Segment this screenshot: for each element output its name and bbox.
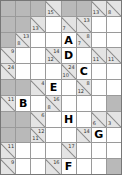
entry-cell-r8c6[interactable] [77,112,91,127]
down-clue-r4c7: 11 [93,57,99,62]
letter-cell-H-r8c5[interactable]: H [62,112,76,127]
entry-cell-r2c8[interactable] [107,17,121,32]
down-clue-r1c4: 15 [47,10,53,15]
across-clue-r9c3: 12 [38,129,44,134]
entry-cell-r10c3[interactable] [31,143,45,158]
letter-G: G [92,128,106,143]
clue-cell-r4c7: 11 [92,48,106,63]
letter-A: A [62,33,76,48]
entry-cell-r11c2[interactable] [16,159,30,174]
entry-cell-r3c7[interactable] [92,33,106,48]
letter-cell-F-r11c5[interactable]: F [62,159,76,174]
entry-cell-r6c5[interactable] [62,80,76,95]
entry-cell-r10c7[interactable] [92,143,106,158]
clue-cell-r4c1: 9 [1,48,15,63]
across-clue-r5c5: 24 [68,65,74,70]
entry-cell-r4c6[interactable] [77,48,91,63]
entry-cell-r10c2[interactable] [16,143,30,158]
across-clue-r11c1: 9 [11,160,14,165]
across-clue-r10c5: 17 [68,144,74,149]
letter-cell-E-r6c4[interactable]: E [46,80,60,95]
entry-cell-r9c8[interactable] [107,128,121,143]
across-clue-r2c6: 13 [83,18,89,23]
across-clue-r4c1: 9 [11,49,14,54]
entry-cell-r3c3[interactable] [31,33,45,48]
letter-cell-B-r7c2[interactable]: B [16,96,30,111]
clue-cell-r4c4: 1412 [46,48,60,63]
clue-cell-r1c7: 13 [92,1,106,16]
letter-E: E [46,80,60,95]
down-clue-r3c6: 7 [78,41,81,46]
entry-cell-r8c4[interactable] [46,112,60,127]
letter-H: H [62,112,76,127]
entry-cell-r5c8[interactable] [107,64,121,79]
blocked-cell-r11c8 [107,159,121,174]
down-clue-r9c3: 11 [32,136,38,141]
clue-cell-r5c1: 24 [1,64,15,79]
entry-cell-r3c4[interactable] [46,33,60,48]
entry-cell-r11c3[interactable] [31,159,45,174]
letter-C: C [77,64,91,79]
across-clue-r7c4: 16 [53,97,59,102]
blocked-cell-r8c1 [1,112,15,127]
clue-cell-r2c5: 7 [62,17,76,32]
letter-cell-C-r5c6[interactable]: C [77,64,91,79]
blocked-cell-r1c2 [16,1,30,16]
clue-cell-r11c1: 9 [1,159,15,174]
clue-cell-r8c3: 6 [31,112,45,127]
down-clue-r1c8: 8 [108,10,111,15]
across-clue-r8c3: 6 [41,113,44,118]
entry-cell-r5c3[interactable] [31,64,45,79]
clue-cell-r1c8: 8 [107,1,121,16]
entry-cell-r10c4[interactable] [46,143,60,158]
entry-cell-r9c5[interactable] [62,128,76,143]
entry-cell-r11c7[interactable] [92,159,106,174]
clue-cell-r3c6: 87 [77,33,91,48]
entry-cell-r11c6[interactable] [77,159,91,174]
blocked-cell-r9c1 [1,128,15,143]
entry-cell-r7c6[interactable] [77,96,91,111]
down-clue-r2c3: 13 [32,26,38,31]
entry-cell-r5c7[interactable] [92,64,106,79]
blocked-cell-r8c2 [16,112,30,127]
blocked-cell-r9c2 [16,128,30,143]
clue-cell-r11c4: 16 [46,159,60,174]
down-clue-r7c4: 8 [47,105,50,110]
entry-cell-r10c8[interactable] [107,143,121,158]
across-clue-r3c6: 8 [87,34,90,39]
entry-cell-r9c4[interactable] [46,128,60,143]
down-clue-r4c4: 12 [47,57,53,62]
down-clue-r2c5: 7 [63,26,66,31]
clue-cell-r9c6: 14 [77,128,91,143]
clue-cell-r6c6: 812 [77,80,91,95]
clue-cell-r10c1: 11 [1,143,15,158]
blocked-cell-r6c1 [1,80,15,95]
blocked-cell-r7c8 [107,96,121,111]
entry-cell-r5c4[interactable] [46,64,60,79]
across-clue-r5c1: 24 [8,65,14,70]
letter-F: F [62,159,76,174]
across-clue-r7c1: 11 [8,97,14,102]
clue-cell-r1c4: 15 [46,1,60,16]
down-clue-r8c7: 6 [93,121,96,126]
entry-cell-r6c8[interactable] [107,80,121,95]
down-clue-r3c2: 8 [17,41,20,46]
entry-cell-r6c7[interactable] [92,80,106,95]
across-clue-r10c1: 11 [8,144,14,149]
clue-cell-r7c1: 11 [1,96,15,111]
clue-cell-r3c2: 138 [16,33,30,48]
clue-cell-r2c6: 13 [77,17,91,32]
blocked-cell-r1c1 [1,1,15,16]
letter-D: D [62,48,76,63]
across-clue-r3c2: 13 [23,34,29,39]
across-clue-r6c3: 4 [41,81,44,86]
clue-cell-r8c7: 6 [92,112,106,127]
down-clue-r6c6: 12 [78,89,84,94]
down-clue-r8c8: 3 [108,121,111,126]
entry-cell-r10c6[interactable] [77,143,91,158]
letter-B: B [16,96,30,111]
entry-cell-r4c3[interactable] [31,48,45,63]
letter-cell-D-r4c5[interactable]: D [62,48,76,63]
letter-cell-A-r3c5[interactable]: A [62,33,76,48]
blocked-cell-r1c6 [77,1,91,16]
entry-cell-r7c7[interactable] [92,96,106,111]
across-clue-r9c6: 14 [83,129,89,134]
down-clue-r4c8: 11 [108,57,114,62]
entry-cell-r5c2[interactable] [16,64,30,79]
clue-cell-r10c5: 17 [62,143,76,158]
entry-cell-r7c3[interactable] [31,96,45,111]
blocked-cell-r6c2 [16,80,30,95]
clue-cell-r7c4: 168 [46,96,60,111]
entry-cell-r3c8[interactable] [107,33,121,48]
entry-cell-r2c4[interactable] [46,17,60,32]
clue-cell-r9c3: 1211 [31,128,45,143]
across-clue-r6c6: 8 [87,81,90,86]
across-clue-r4c4: 14 [53,49,59,54]
entry-cell-r2c7[interactable] [92,17,106,32]
blocked-cell-r3c1 [1,33,15,48]
letter-cell-G-r9c7[interactable]: G [92,128,106,143]
clue-cell-r8c8: 3 [107,112,121,127]
blocked-cell-r2c2 [16,17,30,32]
kakuro-board: 1513813713138A8791412D1111242410C4E81211… [0,0,122,175]
entry-cell-r4c2[interactable] [16,48,30,63]
blocked-cell-r1c3 [31,1,45,16]
blocked-cell-r1c5 [62,1,76,16]
down-clue-r1c7: 13 [93,10,99,15]
clue-cell-r5c5: 2410 [62,64,76,79]
down-clue-r5c5: 10 [63,73,69,78]
clue-cell-r6c3: 4 [31,80,45,95]
entry-cell-r7c5[interactable] [62,96,76,111]
clue-cell-r2c3: 13 [31,17,45,32]
clue-cell-r4c8: 11 [107,48,121,63]
blocked-cell-r2c1 [1,17,15,32]
across-clue-r11c4: 16 [53,160,59,165]
